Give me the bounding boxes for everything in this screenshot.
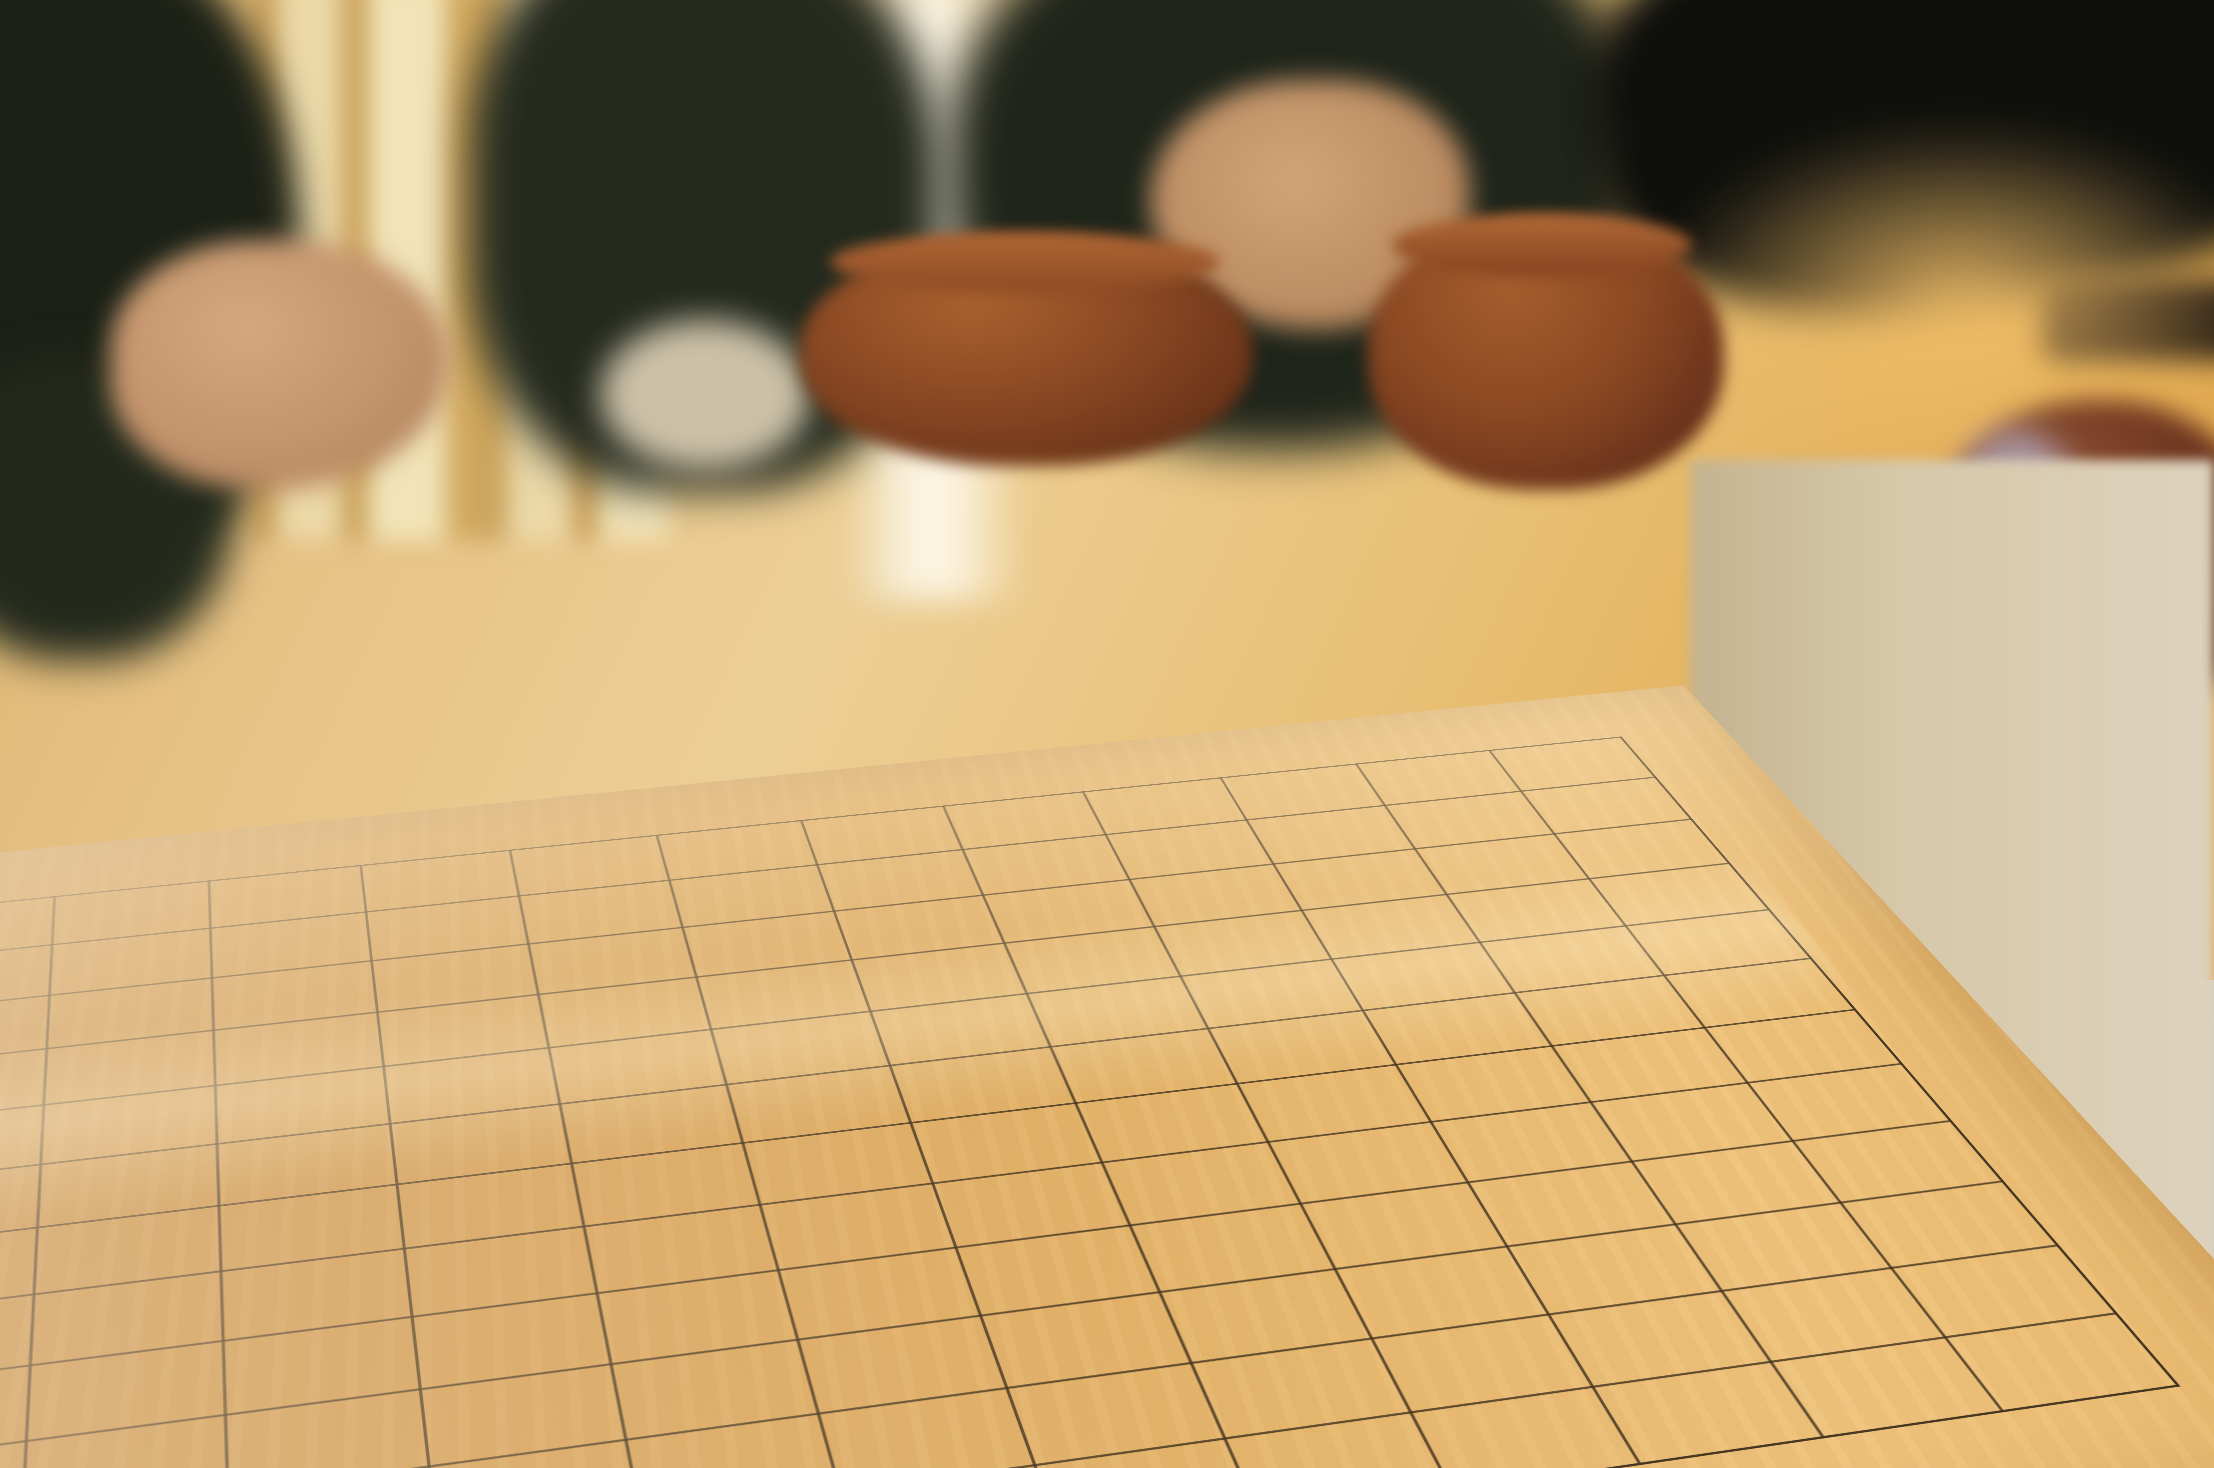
go-bowl-right-rim (1392, 214, 1692, 276)
bowl-lid (600, 320, 810, 470)
photo-scene: ●●●●●●●●●●●●●●●●●●●●●●●●●●●●● (0, 0, 2214, 1468)
go-bowl-left-rim (830, 232, 1220, 292)
